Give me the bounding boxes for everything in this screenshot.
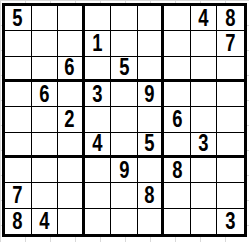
- given-digit: 7: [226, 32, 236, 55]
- cell-r2c7[interactable]: [164, 31, 191, 56]
- given-digit: 5: [119, 57, 129, 80]
- cell-r2c2[interactable]: [32, 31, 59, 56]
- cell-r3c5[interactable]: 5: [111, 57, 138, 82]
- cell-r6c9[interactable]: [217, 133, 244, 158]
- given-digit: 4: [199, 7, 209, 30]
- cell-r7c5[interactable]: 9: [111, 158, 138, 183]
- cell-r4c6[interactable]: 9: [138, 82, 165, 107]
- page-background: 5481765639264539878843: [0, 0, 249, 242]
- cell-r8c7[interactable]: [164, 183, 191, 208]
- cell-r5c5[interactable]: [111, 107, 138, 132]
- cell-r5c8[interactable]: [191, 107, 218, 132]
- cell-r4c1[interactable]: [5, 82, 32, 107]
- cell-r5c9[interactable]: [217, 107, 244, 132]
- cell-r6c3[interactable]: [58, 133, 85, 158]
- given-digit: 6: [39, 83, 49, 106]
- cell-r7c6[interactable]: [138, 158, 165, 183]
- cell-r9c5[interactable]: [111, 209, 138, 234]
- cell-r6c2[interactable]: [32, 133, 59, 158]
- given-digit: 8: [226, 7, 236, 30]
- cell-r1c1[interactable]: 5: [5, 6, 32, 31]
- cell-r3c6[interactable]: [138, 57, 165, 82]
- cell-r5c1[interactable]: [5, 107, 32, 132]
- cell-r9c4[interactable]: [85, 209, 112, 234]
- given-digit: 5: [13, 7, 23, 30]
- given-digit: 4: [92, 133, 102, 156]
- cell-r9c9[interactable]: 3: [217, 209, 244, 234]
- cell-r2c6[interactable]: [138, 31, 165, 56]
- cell-r1c6[interactable]: [138, 6, 165, 31]
- cell-r9c3[interactable]: [58, 209, 85, 234]
- cell-r4c7[interactable]: [164, 82, 191, 107]
- cell-r3c9[interactable]: [217, 57, 244, 82]
- cell-r7c2[interactable]: [32, 158, 59, 183]
- cell-r2c3[interactable]: [58, 31, 85, 56]
- cell-r8c4[interactable]: [85, 183, 112, 208]
- given-digit: 1: [92, 32, 102, 55]
- cell-r1c9[interactable]: 8: [217, 6, 244, 31]
- cell-r5c2[interactable]: [32, 107, 59, 132]
- given-digit: 8: [144, 184, 154, 207]
- cell-r6c4[interactable]: 4: [85, 133, 112, 158]
- cell-r6c5[interactable]: [111, 133, 138, 158]
- cell-r8c1[interactable]: 7: [5, 183, 32, 208]
- cell-r6c6[interactable]: 5: [138, 133, 165, 158]
- given-digit: 4: [39, 210, 49, 233]
- cell-r8c5[interactable]: [111, 183, 138, 208]
- cell-r6c7[interactable]: [164, 133, 191, 158]
- cell-r8c2[interactable]: [32, 183, 59, 208]
- sudoku-board: 5481765639264539878843: [2, 3, 247, 237]
- cell-r1c7[interactable]: [164, 6, 191, 31]
- cell-r3c7[interactable]: [164, 57, 191, 82]
- cell-r5c3[interactable]: 2: [58, 107, 85, 132]
- given-digit: 9: [119, 159, 129, 182]
- cell-r8c6[interactable]: 8: [138, 183, 165, 208]
- cell-r9c8[interactable]: [191, 209, 218, 234]
- given-digit: 7: [13, 184, 23, 207]
- cell-r1c4[interactable]: [85, 6, 112, 31]
- cell-r1c3[interactable]: [58, 6, 85, 31]
- cell-r6c8[interactable]: 3: [191, 133, 218, 158]
- given-digit: 6: [172, 108, 182, 131]
- cell-r4c2[interactable]: 6: [32, 82, 59, 107]
- cell-r9c7[interactable]: [164, 209, 191, 234]
- given-digit: 3: [226, 210, 236, 233]
- cell-r4c8[interactable]: [191, 82, 218, 107]
- cell-r2c4[interactable]: 1: [85, 31, 112, 56]
- cell-r2c8[interactable]: [191, 31, 218, 56]
- cell-r2c9[interactable]: 7: [217, 31, 244, 56]
- cell-r9c2[interactable]: 4: [32, 209, 59, 234]
- cell-r7c1[interactable]: [5, 158, 32, 183]
- cell-r1c8[interactable]: 4: [191, 6, 218, 31]
- given-digit: 3: [199, 133, 209, 156]
- cell-r1c2[interactable]: [32, 6, 59, 31]
- given-digit: 6: [65, 57, 75, 80]
- given-digit: 5: [144, 133, 154, 156]
- cell-r7c8[interactable]: [191, 158, 218, 183]
- cell-r3c2[interactable]: [32, 57, 59, 82]
- cell-r3c4[interactable]: [85, 57, 112, 82]
- cell-r8c9[interactable]: [217, 183, 244, 208]
- cell-r1c5[interactable]: [111, 6, 138, 31]
- cell-r3c8[interactable]: [191, 57, 218, 82]
- cell-r8c8[interactable]: [191, 183, 218, 208]
- cell-r2c1[interactable]: [5, 31, 32, 56]
- given-digit: 3: [92, 83, 102, 106]
- cell-r5c7[interactable]: 6: [164, 107, 191, 132]
- cell-r2c5[interactable]: [111, 31, 138, 56]
- cell-r7c3[interactable]: [58, 158, 85, 183]
- cell-r3c3[interactable]: 6: [58, 57, 85, 82]
- cell-r8c3[interactable]: [58, 183, 85, 208]
- given-digit: 2: [65, 108, 75, 131]
- given-digit: 8: [13, 210, 23, 233]
- cell-r9c1[interactable]: 8: [5, 209, 32, 234]
- cell-r4c9[interactable]: [217, 82, 244, 107]
- cell-r9c6[interactable]: [138, 209, 165, 234]
- cell-r4c5[interactable]: [111, 82, 138, 107]
- cell-r5c6[interactable]: [138, 107, 165, 132]
- cell-r7c7[interactable]: 8: [164, 158, 191, 183]
- given-digit: 8: [172, 159, 182, 182]
- cell-r7c9[interactable]: [217, 158, 244, 183]
- given-digit: 9: [144, 83, 154, 106]
- cell-r3c1[interactable]: [5, 57, 32, 82]
- cell-r6c1[interactable]: [5, 133, 32, 158]
- cell-r7c4[interactable]: [85, 158, 112, 183]
- cell-r4c3[interactable]: [58, 82, 85, 107]
- cell-r5c4[interactable]: [85, 107, 112, 132]
- cell-r4c4[interactable]: 3: [85, 82, 112, 107]
